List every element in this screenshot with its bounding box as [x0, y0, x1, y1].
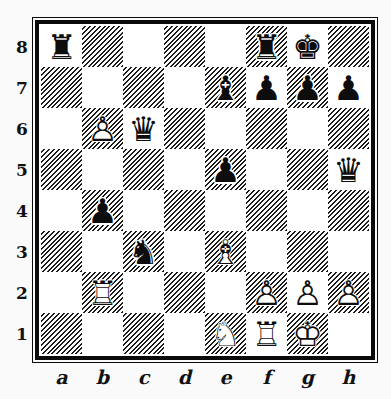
square-d2 — [164, 272, 205, 313]
file-label-b: b — [82, 364, 123, 390]
piece-bN-c3: ♞ — [123, 231, 164, 272]
file-label-a: a — [41, 364, 82, 390]
square-e7: ♝ — [205, 67, 246, 108]
piece-glyph: ♗ — [210, 235, 240, 269]
square-e3: ♝♗ — [205, 231, 246, 272]
piece-glyph: ♜ — [46, 30, 76, 64]
square-f8: ♜ — [246, 26, 287, 67]
piece-glyph: ♟ — [251, 71, 281, 105]
file-label-h: h — [328, 364, 369, 390]
square-d7 — [164, 67, 205, 108]
piece-glyph: ♘ — [210, 317, 240, 351]
piece-glyph: ♛ — [333, 153, 363, 187]
rank-label-2: 2 — [12, 272, 32, 313]
piece-glyph: ♟ — [292, 71, 322, 105]
square-h4 — [328, 190, 369, 231]
square-d5 — [164, 149, 205, 190]
square-h3 — [328, 231, 369, 272]
piece-wP-f2: ♟♙ — [246, 272, 287, 313]
piece-glyph: ♝ — [210, 71, 240, 105]
file-label-c: c — [123, 364, 164, 390]
piece-wP-g2: ♟♙ — [287, 272, 328, 313]
square-c8 — [123, 26, 164, 67]
square-e1: ♞♘ — [205, 313, 246, 354]
piece-bQ-c6: ♛ — [123, 108, 164, 149]
rank-label-4: 4 — [12, 190, 32, 231]
piece-wN-e1: ♞♘ — [205, 313, 246, 354]
file-label-f: f — [246, 364, 287, 390]
square-e5: ♟ — [205, 149, 246, 190]
rank-label-6: 6 — [12, 108, 32, 149]
square-g8: ♚ — [287, 26, 328, 67]
piece-wR-f1: ♜♖ — [246, 313, 287, 354]
piece-wP-h2: ♟♙ — [328, 272, 369, 313]
square-c7 — [123, 67, 164, 108]
square-c3: ♞ — [123, 231, 164, 272]
square-f2: ♟♙ — [246, 272, 287, 313]
square-c6: ♛ — [123, 108, 164, 149]
square-b8 — [82, 26, 123, 67]
square-f5 — [246, 149, 287, 190]
piece-bP-e5: ♟ — [205, 149, 246, 190]
square-h6 — [328, 108, 369, 149]
piece-wB-e3: ♝♗ — [205, 231, 246, 272]
square-f1: ♜♖ — [246, 313, 287, 354]
square-b1 — [82, 313, 123, 354]
square-g6 — [287, 108, 328, 149]
square-g2: ♟♙ — [287, 272, 328, 313]
piece-wP-b6: ♟♙ — [82, 108, 123, 149]
piece-glyph: ♟ — [87, 194, 117, 228]
square-h1 — [328, 313, 369, 354]
square-a5 — [41, 149, 82, 190]
square-a8: ♜ — [41, 26, 82, 67]
piece-glyph: ♛ — [128, 112, 158, 146]
square-h2: ♟♙ — [328, 272, 369, 313]
chess-diagram-page: 87654321 ♜♜♚♝♟♟♟♟♙♛♟♛♟♞♝♗♜♖♟♙♟♙♟♙♞♘♜♖♚♔ … — [0, 0, 391, 399]
piece-bB-e7: ♝ — [205, 67, 246, 108]
piece-bR-a8: ♜ — [41, 26, 82, 67]
piece-glyph: ♖ — [87, 276, 117, 310]
square-g5 — [287, 149, 328, 190]
square-f3 — [246, 231, 287, 272]
square-f7: ♟ — [246, 67, 287, 108]
piece-glyph: ♟ — [210, 153, 240, 187]
square-e4 — [205, 190, 246, 231]
rank-label-1: 1 — [12, 313, 32, 354]
square-b5 — [82, 149, 123, 190]
rank-label-8: 8 — [12, 26, 32, 67]
piece-glyph: ♙ — [292, 276, 322, 310]
square-b3 — [82, 231, 123, 272]
board-grid: ♜♜♚♝♟♟♟♟♙♛♟♛♟♞♝♗♜♖♟♙♟♙♟♙♞♘♜♖♚♔ — [41, 26, 369, 354]
square-c1 — [123, 313, 164, 354]
square-h8 — [328, 26, 369, 67]
square-a2 — [41, 272, 82, 313]
piece-glyph: ♟ — [333, 71, 363, 105]
square-c4 — [123, 190, 164, 231]
file-label-g: g — [287, 364, 328, 390]
piece-glyph: ♖ — [251, 317, 281, 351]
square-g4 — [287, 190, 328, 231]
piece-bP-g7: ♟ — [287, 67, 328, 108]
piece-wK-g1: ♚♔ — [287, 313, 328, 354]
square-e8 — [205, 26, 246, 67]
piece-glyph: ♜ — [251, 30, 281, 64]
square-f6 — [246, 108, 287, 149]
square-b4: ♟ — [82, 190, 123, 231]
square-a3 — [41, 231, 82, 272]
piece-bK-g8: ♚ — [287, 26, 328, 67]
square-c2 — [123, 272, 164, 313]
square-d1 — [164, 313, 205, 354]
square-h7: ♟ — [328, 67, 369, 108]
square-b6: ♟♙ — [82, 108, 123, 149]
square-a7 — [41, 67, 82, 108]
rank-labels: 87654321 — [12, 26, 32, 354]
square-g7: ♟ — [287, 67, 328, 108]
file-labels: abcdefgh — [41, 364, 369, 390]
rank-label-3: 3 — [12, 231, 32, 272]
piece-glyph: ♙ — [251, 276, 281, 310]
file-label-e: e — [205, 364, 246, 390]
square-d3 — [164, 231, 205, 272]
piece-bQ-h5: ♛ — [328, 149, 369, 190]
piece-bP-b4: ♟ — [82, 190, 123, 231]
piece-glyph: ♙ — [333, 276, 363, 310]
square-b7 — [82, 67, 123, 108]
piece-glyph: ♞ — [128, 235, 158, 269]
rank-label-7: 7 — [12, 67, 32, 108]
square-d4 — [164, 190, 205, 231]
square-h5: ♛ — [328, 149, 369, 190]
file-label-d: d — [164, 364, 205, 390]
piece-glyph: ♔ — [292, 317, 322, 351]
piece-glyph: ♚ — [292, 30, 322, 64]
square-d8 — [164, 26, 205, 67]
piece-bR-f8: ♜ — [246, 26, 287, 67]
square-a4 — [41, 190, 82, 231]
square-e2 — [205, 272, 246, 313]
rank-label-5: 5 — [12, 149, 32, 190]
piece-bP-h7: ♟ — [328, 67, 369, 108]
piece-wR-b2: ♜♖ — [82, 272, 123, 313]
chess-board: ♜♜♚♝♟♟♟♟♙♛♟♛♟♞♝♗♜♖♟♙♟♙♟♙♞♘♜♖♚♔ — [35, 20, 375, 360]
square-f4 — [246, 190, 287, 231]
square-a6 — [41, 108, 82, 149]
square-b2: ♜♖ — [82, 272, 123, 313]
square-g3 — [287, 231, 328, 272]
square-g1: ♚♔ — [287, 313, 328, 354]
square-a1 — [41, 313, 82, 354]
square-e6 — [205, 108, 246, 149]
piece-bP-f7: ♟ — [246, 67, 287, 108]
square-c5 — [123, 149, 164, 190]
square-d6 — [164, 108, 205, 149]
piece-glyph: ♙ — [87, 112, 117, 146]
